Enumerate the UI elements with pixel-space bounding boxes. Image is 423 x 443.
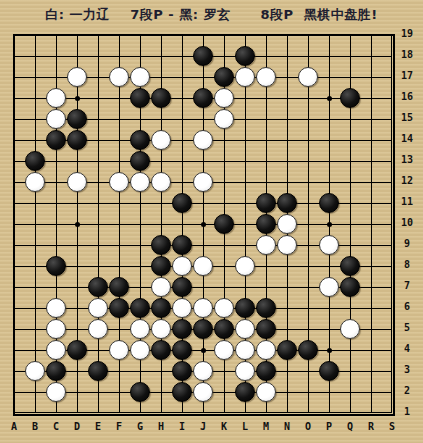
white-stone-C2[interactable] (46, 382, 66, 402)
black-stone-N11[interactable] (277, 193, 297, 213)
white-stone-C16[interactable] (46, 88, 66, 108)
black-stone-I7[interactable] (172, 277, 192, 297)
white-stone-F17[interactable] (109, 67, 129, 87)
white-stone-P9[interactable] (319, 235, 339, 255)
column-label-I: I (172, 421, 192, 432)
row-label-4: 4 (396, 343, 418, 354)
column-label-E: E (88, 421, 108, 432)
black-stone-H9[interactable] (151, 235, 171, 255)
white-stone-K6[interactable] (214, 298, 234, 318)
black-stone-E7[interactable] (88, 277, 108, 297)
black-stone-M5[interactable] (256, 319, 276, 339)
white-stone-I6[interactable] (172, 298, 192, 318)
row-label-18: 18 (396, 49, 418, 60)
game-info-header: 白: 一力辽 7段P - 黑: 罗玄 8段P 黑棋中盘胜! (0, 0, 423, 30)
white-stone-F4[interactable] (109, 340, 129, 360)
black-stone-I2[interactable] (172, 382, 192, 402)
black-stone-G16[interactable] (130, 88, 150, 108)
black-stone-I4[interactable] (172, 340, 192, 360)
white-stone-J3[interactable] (193, 361, 213, 381)
black-stone-O4[interactable] (298, 340, 318, 360)
column-label-F: F (109, 421, 129, 432)
star-point (201, 222, 206, 227)
black-stone-C14[interactable] (46, 130, 66, 150)
column-label-M: M (256, 421, 276, 432)
column-label-S: S (382, 421, 402, 432)
row-label-13: 13 (396, 154, 418, 165)
black-stone-G14[interactable] (130, 130, 150, 150)
row-label-11: 11 (396, 196, 418, 207)
column-label-A: A (4, 421, 24, 432)
white-stone-G4[interactable] (130, 340, 150, 360)
white-stone-E6[interactable] (88, 298, 108, 318)
column-label-Q: Q (340, 421, 360, 432)
row-label-2: 2 (396, 385, 418, 396)
white-stone-N9[interactable] (277, 235, 297, 255)
white-stone-C4[interactable] (46, 340, 66, 360)
black-stone-J18[interactable] (193, 46, 213, 66)
white-stone-D17[interactable] (67, 67, 87, 87)
black-stone-H4[interactable] (151, 340, 171, 360)
black-stone-E3[interactable] (88, 361, 108, 381)
column-label-C: C (46, 421, 66, 432)
white-stone-C15[interactable] (46, 109, 66, 129)
row-label-9: 9 (396, 238, 418, 249)
column-label-H: H (151, 421, 171, 432)
star-point (327, 96, 332, 101)
white-stone-H14[interactable] (151, 130, 171, 150)
white-stone-J14[interactable] (193, 130, 213, 150)
white-stone-C6[interactable] (46, 298, 66, 318)
game-info-text: 白: 一力辽 7段P - 黑: 罗玄 8段P 黑棋中盘胜! (45, 6, 377, 24)
star-point (75, 222, 80, 227)
white-stone-J8[interactable] (193, 256, 213, 276)
column-label-D: D (67, 421, 87, 432)
column-label-N: N (277, 421, 297, 432)
go-board[interactable] (14, 35, 392, 413)
black-stone-Q16[interactable] (340, 88, 360, 108)
black-stone-I9[interactable] (172, 235, 192, 255)
white-stone-K16[interactable] (214, 88, 234, 108)
column-label-L: L (235, 421, 255, 432)
black-stone-H6[interactable] (151, 298, 171, 318)
column-label-K: K (214, 421, 234, 432)
white-stone-Q5[interactable] (340, 319, 360, 339)
black-stone-I11[interactable] (172, 193, 192, 213)
black-stone-M10[interactable] (256, 214, 276, 234)
black-stone-N4[interactable] (277, 340, 297, 360)
grid-line-vertical (391, 35, 392, 413)
white-stone-O17[interactable] (298, 67, 318, 87)
black-stone-L2[interactable] (235, 382, 255, 402)
white-stone-L3[interactable] (235, 361, 255, 381)
row-label-14: 14 (396, 133, 418, 144)
white-stone-J12[interactable] (193, 172, 213, 192)
grid-line-vertical (371, 35, 372, 413)
white-stone-L5[interactable] (235, 319, 255, 339)
black-stone-K10[interactable] (214, 214, 234, 234)
row-label-5: 5 (396, 322, 418, 333)
white-stone-F12[interactable] (109, 172, 129, 192)
black-stone-G13[interactable] (130, 151, 150, 171)
white-stone-M9[interactable] (256, 235, 276, 255)
white-stone-D12[interactable] (67, 172, 87, 192)
row-label-3: 3 (396, 364, 418, 375)
black-stone-D4[interactable] (67, 340, 87, 360)
black-stone-I3[interactable] (172, 361, 192, 381)
white-stone-B12[interactable] (25, 172, 45, 192)
white-stone-I8[interactable] (172, 256, 192, 276)
white-stone-K4[interactable] (214, 340, 234, 360)
white-stone-M17[interactable] (256, 67, 276, 87)
black-stone-K5[interactable] (214, 319, 234, 339)
row-label-17: 17 (396, 70, 418, 81)
row-label-7: 7 (396, 280, 418, 291)
column-label-O: O (298, 421, 318, 432)
star-point (327, 348, 332, 353)
black-stone-F7[interactable] (109, 277, 129, 297)
black-stone-D15[interactable] (67, 109, 87, 129)
white-stone-G12[interactable] (130, 172, 150, 192)
row-label-15: 15 (396, 112, 418, 123)
black-stone-D14[interactable] (67, 130, 87, 150)
black-stone-Q7[interactable] (340, 277, 360, 297)
column-label-R: R (361, 421, 381, 432)
white-stone-L8[interactable] (235, 256, 255, 276)
column-label-G: G (130, 421, 150, 432)
star-point (75, 96, 80, 101)
white-stone-M4[interactable] (256, 340, 276, 360)
black-stone-M6[interactable] (256, 298, 276, 318)
black-stone-C8[interactable] (46, 256, 66, 276)
black-stone-J5[interactable] (193, 319, 213, 339)
black-stone-H16[interactable] (151, 88, 171, 108)
row-label-12: 12 (396, 175, 418, 186)
white-stone-L4[interactable] (235, 340, 255, 360)
star-point (327, 222, 332, 227)
black-stone-B13[interactable] (25, 151, 45, 171)
white-stone-J2[interactable] (193, 382, 213, 402)
white-stone-E5[interactable] (88, 319, 108, 339)
black-stone-M3[interactable] (256, 361, 276, 381)
white-stone-N10[interactable] (277, 214, 297, 234)
white-stone-H5[interactable] (151, 319, 171, 339)
row-label-6: 6 (396, 301, 418, 312)
black-stone-C3[interactable] (46, 361, 66, 381)
black-stone-K17[interactable] (214, 67, 234, 87)
black-stone-L6[interactable] (235, 298, 255, 318)
white-stone-P7[interactable] (319, 277, 339, 297)
black-stone-Q8[interactable] (340, 256, 360, 276)
white-stone-K15[interactable] (214, 109, 234, 129)
black-stone-I5[interactable] (172, 319, 192, 339)
black-stone-H8[interactable] (151, 256, 171, 276)
black-stone-F6[interactable] (109, 298, 129, 318)
white-stone-B3[interactable] (25, 361, 45, 381)
white-stone-M2[interactable] (256, 382, 276, 402)
white-stone-C5[interactable] (46, 319, 66, 339)
black-stone-J16[interactable] (193, 88, 213, 108)
black-stone-P11[interactable] (319, 193, 339, 213)
black-stone-P3[interactable] (319, 361, 339, 381)
white-stone-G5[interactable] (130, 319, 150, 339)
row-label-8: 8 (396, 259, 418, 270)
black-stone-L18[interactable] (235, 46, 255, 66)
black-stone-G2[interactable] (130, 382, 150, 402)
white-stone-G17[interactable] (130, 67, 150, 87)
white-stone-J6[interactable] (193, 298, 213, 318)
column-label-P: P (319, 421, 339, 432)
column-label-J: J (193, 421, 213, 432)
black-stone-M11[interactable] (256, 193, 276, 213)
column-label-B: B (25, 421, 45, 432)
white-stone-H7[interactable] (151, 277, 171, 297)
row-label-19: 19 (396, 28, 418, 39)
white-stone-H12[interactable] (151, 172, 171, 192)
grid-line-horizontal (14, 412, 392, 413)
row-label-16: 16 (396, 91, 418, 102)
black-stone-G6[interactable] (130, 298, 150, 318)
star-point (201, 348, 206, 353)
row-label-1: 1 (396, 406, 418, 417)
white-stone-L17[interactable] (235, 67, 255, 87)
row-label-10: 10 (396, 217, 418, 228)
